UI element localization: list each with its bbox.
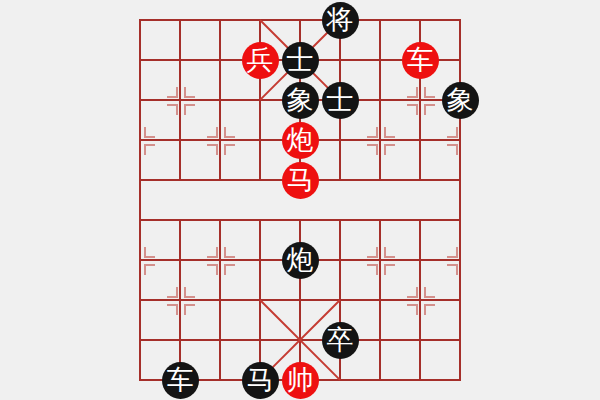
grid-vline	[459, 19, 461, 381]
piece-black-advisor-2[interactable]: 士	[322, 82, 359, 119]
point-mark	[207, 247, 218, 258]
point-mark	[384, 247, 395, 258]
point-mark	[407, 87, 418, 98]
point-mark	[167, 287, 178, 298]
piece-red-cannon[interactable]: 炮	[282, 122, 319, 159]
point-mark	[207, 144, 218, 155]
point-mark	[424, 104, 435, 115]
point-mark	[447, 144, 458, 155]
piece-black-elephant-2[interactable]: 象	[442, 82, 479, 119]
point-mark	[407, 104, 418, 115]
point-mark	[207, 264, 218, 275]
point-mark	[224, 247, 235, 258]
piece-black-advisor-1[interactable]: 士	[282, 42, 319, 79]
point-mark	[144, 247, 155, 258]
piece-black-king[interactable]: 将	[322, 2, 359, 39]
point-mark	[184, 304, 195, 315]
grid-vline	[419, 219, 421, 381]
grid-vline	[219, 219, 221, 381]
piece-black-chariot[interactable]: 车	[162, 362, 199, 399]
point-mark	[224, 127, 235, 138]
point-mark	[384, 127, 395, 138]
grid-vline	[179, 219, 181, 381]
point-mark	[144, 127, 155, 138]
point-mark	[144, 144, 155, 155]
grid-vline	[379, 219, 381, 381]
point-mark	[447, 264, 458, 275]
point-mark	[184, 87, 195, 98]
point-mark	[424, 304, 435, 315]
point-mark	[384, 144, 395, 155]
point-mark	[407, 304, 418, 315]
point-mark	[407, 287, 418, 298]
point-mark	[224, 264, 235, 275]
grid-vline	[139, 19, 141, 381]
point-mark	[424, 87, 435, 98]
point-mark	[184, 104, 195, 115]
point-mark	[424, 287, 435, 298]
point-mark	[384, 264, 395, 275]
point-mark	[167, 104, 178, 115]
piece-black-cannon[interactable]: 炮	[282, 242, 319, 279]
piece-red-chariot[interactable]: 车	[402, 42, 439, 79]
grid-vline	[379, 19, 381, 181]
xiangqi-board: 将兵士车象士象炮马炮卒车马帅	[0, 0, 600, 400]
point-mark	[367, 127, 378, 138]
piece-black-elephant-1[interactable]: 象	[282, 82, 319, 119]
point-mark	[167, 87, 178, 98]
piece-red-king[interactable]: 帅	[282, 362, 319, 399]
point-mark	[207, 127, 218, 138]
point-mark	[184, 287, 195, 298]
point-mark	[224, 144, 235, 155]
point-mark	[144, 264, 155, 275]
point-mark	[367, 247, 378, 258]
point-mark	[167, 304, 178, 315]
point-mark	[447, 127, 458, 138]
point-mark	[367, 144, 378, 155]
piece-black-horse[interactable]: 马	[242, 362, 279, 399]
piece-red-soldier[interactable]: 兵	[242, 42, 279, 79]
point-mark	[447, 247, 458, 258]
grid-vline	[219, 19, 221, 181]
grid-vline	[179, 19, 181, 181]
piece-red-horse[interactable]: 马	[282, 162, 319, 199]
piece-black-soldier[interactable]: 卒	[322, 322, 359, 359]
point-mark	[367, 264, 378, 275]
